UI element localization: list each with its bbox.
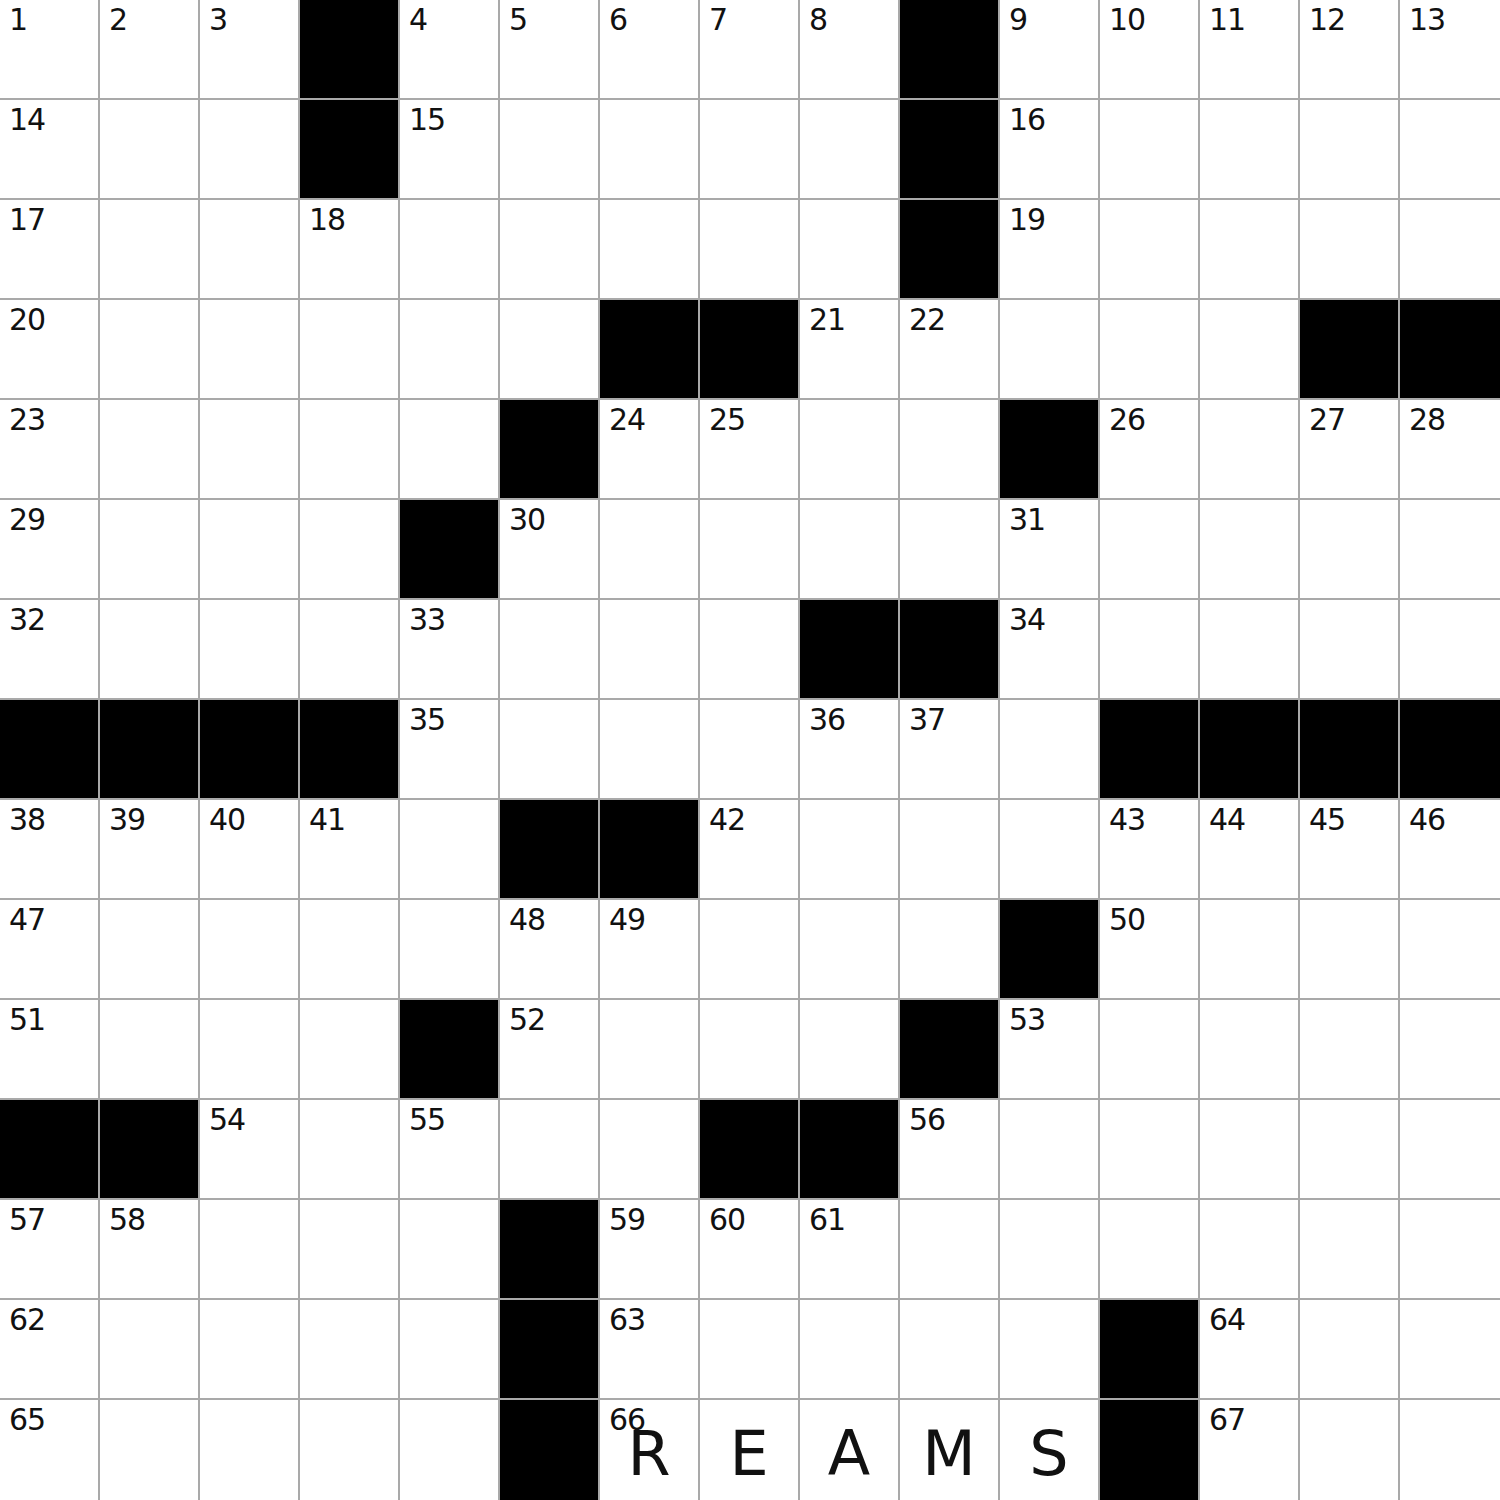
clue-number-17: 17: [9, 203, 45, 236]
cell-r12c13[interactable]: [1200, 1100, 1300, 1200]
clue-number-63: 63: [609, 1303, 645, 1336]
black-cell-r8c1: [0, 700, 100, 800]
cell-r6c7[interactable]: [600, 500, 700, 600]
cell-r14c5[interactable]: [400, 1300, 500, 1400]
cell-r11c1[interactable]: 51: [0, 1000, 100, 1100]
cell-r11c4[interactable]: [300, 1000, 400, 1100]
cell-r13c11[interactable]: [1000, 1200, 1100, 1300]
clue-number-3: 3: [209, 3, 227, 36]
cell-r1c11[interactable]: 9: [1000, 0, 1100, 100]
clue-number-44: 44: [1209, 803, 1245, 836]
clue-number-53: 53: [1009, 1003, 1045, 1036]
black-cell-r5c6: [500, 400, 600, 500]
cell-r7c5[interactable]: 33: [400, 600, 500, 700]
cell-r7c15[interactable]: [1400, 600, 1500, 700]
cell-r12c14[interactable]: [1300, 1100, 1400, 1200]
cell-r5c3[interactable]: [200, 400, 300, 500]
cell-r7c3[interactable]: [200, 600, 300, 700]
black-cell-r12c2: [100, 1100, 200, 1200]
black-cell-r9c6: [500, 800, 600, 900]
black-cell-r12c1: [0, 1100, 100, 1200]
black-cell-r8c13: [1200, 700, 1300, 800]
clue-number-61: 61: [809, 1203, 845, 1236]
black-cell-r12c8: [700, 1100, 800, 1200]
clue-number-49: 49: [609, 903, 645, 936]
cell-r13c8[interactable]: 60: [700, 1200, 800, 1300]
cell-r3c1[interactable]: 17: [0, 200, 100, 300]
cell-r1c13[interactable]: 11: [1200, 0, 1300, 100]
cell-r12c5[interactable]: 55: [400, 1100, 500, 1200]
clue-number-34: 34: [1009, 603, 1045, 636]
cell-r13c15[interactable]: [1400, 1200, 1500, 1300]
clue-number-42: 42: [709, 803, 745, 836]
clue-number-48: 48: [509, 903, 545, 936]
cell-r2c13[interactable]: [1200, 100, 1300, 200]
cell-letter: E: [729, 1423, 768, 1485]
clue-number-23: 23: [9, 403, 45, 436]
cell-r5c12[interactable]: 26: [1100, 400, 1200, 500]
cell-r4c4[interactable]: [300, 300, 400, 400]
black-cell-r8c4: [300, 700, 400, 800]
cell-r15c3[interactable]: [200, 1400, 300, 1500]
cell-r7c11[interactable]: 34: [1000, 600, 1100, 700]
cell-r1c6[interactable]: 5: [500, 0, 600, 100]
cell-r11c3[interactable]: [200, 1000, 300, 1100]
cell-r9c2[interactable]: 39: [100, 800, 200, 900]
clue-number-7: 7: [709, 3, 727, 36]
clue-number-40: 40: [209, 803, 245, 836]
black-cell-r9c7: [600, 800, 700, 900]
cell-r15c15[interactable]: [1400, 1400, 1500, 1500]
cell-r12c11[interactable]: [1000, 1100, 1100, 1200]
cell-r11c12[interactable]: [1100, 1000, 1200, 1100]
cell-r15c5[interactable]: [400, 1400, 500, 1500]
cell-r5c13[interactable]: [1200, 400, 1300, 500]
cell-r2c5[interactable]: 15: [400, 100, 500, 200]
cell-r3c14[interactable]: [1300, 200, 1400, 300]
clue-number-46: 46: [1409, 803, 1445, 836]
cell-r15c10[interactable]: M: [900, 1400, 1000, 1500]
clue-number-9: 9: [1009, 3, 1027, 36]
cell-r15c11[interactable]: S: [1000, 1400, 1100, 1500]
clue-number-28: 28: [1409, 403, 1445, 436]
cell-r13c3[interactable]: [200, 1200, 300, 1300]
cell-r13c5[interactable]: [400, 1200, 500, 1300]
clue-number-25: 25: [709, 403, 745, 436]
cell-r10c15[interactable]: [1400, 900, 1500, 1000]
cell-r9c13[interactable]: 44: [1200, 800, 1300, 900]
clue-number-29: 29: [9, 503, 45, 536]
cell-r6c12[interactable]: [1100, 500, 1200, 600]
cell-r7c8[interactable]: [700, 600, 800, 700]
cell-r10c14[interactable]: [1300, 900, 1400, 1000]
cell-r4c10[interactable]: 22: [900, 300, 1000, 400]
cell-r13c1[interactable]: 57: [0, 1200, 100, 1300]
cell-r3c15[interactable]: [1400, 200, 1500, 300]
clue-number-33: 33: [409, 603, 445, 636]
cell-r7c6[interactable]: [500, 600, 600, 700]
cell-r12c10[interactable]: 56: [900, 1100, 1000, 1200]
cell-r15c8[interactable]: E: [700, 1400, 800, 1500]
clue-number-45: 45: [1309, 803, 1345, 836]
cell-letter: S: [1029, 1423, 1068, 1485]
clue-number-57: 57: [9, 1203, 45, 1236]
clue-number-35: 35: [409, 703, 445, 736]
cell-r12c15[interactable]: [1400, 1100, 1500, 1200]
black-cell-r13c6: [500, 1200, 600, 1300]
black-cell-r2c4: [300, 100, 400, 200]
cell-r4c5[interactable]: [400, 300, 500, 400]
cell-r8c7[interactable]: [600, 700, 700, 800]
cell-r12c6[interactable]: [500, 1100, 600, 1200]
cell-r3c9[interactable]: [800, 200, 900, 300]
cell-r10c13[interactable]: [1200, 900, 1300, 1000]
cell-r9c14[interactable]: 45: [1300, 800, 1400, 900]
cell-r10c8[interactable]: [700, 900, 800, 1000]
cell-r4c1[interactable]: 20: [0, 300, 100, 400]
cell-r11c7[interactable]: [600, 1000, 700, 1100]
clue-number-62: 62: [9, 1303, 45, 1336]
cell-r2c15[interactable]: [1400, 100, 1500, 200]
cell-r3c6[interactable]: [500, 200, 600, 300]
cell-r11c13[interactable]: [1200, 1000, 1300, 1100]
clue-number-64: 64: [1209, 1303, 1245, 1336]
cell-r6c8[interactable]: [700, 500, 800, 600]
cell-r1c2[interactable]: 2: [100, 0, 200, 100]
black-cell-r3c10: [900, 200, 1000, 300]
cell-r10c5[interactable]: [400, 900, 500, 1000]
cell-r8c6[interactable]: [500, 700, 600, 800]
cell-r11c11[interactable]: 53: [1000, 1000, 1100, 1100]
cell-r1c15[interactable]: 13: [1400, 0, 1500, 100]
clue-number-1: 1: [9, 3, 27, 36]
clue-number-11: 11: [1209, 3, 1245, 36]
cell-r5c4[interactable]: [300, 400, 400, 500]
cell-r3c3[interactable]: [200, 200, 300, 300]
clue-number-67: 67: [1209, 1403, 1245, 1436]
cell-r5c9[interactable]: [800, 400, 900, 500]
clue-number-12: 12: [1309, 3, 1345, 36]
cell-r3c2[interactable]: [100, 200, 200, 300]
cell-r6c2[interactable]: [100, 500, 200, 600]
clue-number-58: 58: [109, 1203, 145, 1236]
clue-number-41: 41: [309, 803, 345, 836]
cell-r15c4[interactable]: [300, 1400, 400, 1500]
clue-number-37: 37: [909, 703, 945, 736]
cell-r4c12[interactable]: [1100, 300, 1200, 400]
black-cell-r7c9: [800, 600, 900, 700]
clue-number-60: 60: [709, 1203, 745, 1236]
black-cell-r5c11: [1000, 400, 1100, 500]
cell-r1c3[interactable]: 3: [200, 0, 300, 100]
clue-number-43: 43: [1109, 803, 1145, 836]
cell-r5c15[interactable]: 28: [1400, 400, 1500, 500]
cell-r7c12[interactable]: [1100, 600, 1200, 700]
cell-r1c7[interactable]: 6: [600, 0, 700, 100]
cell-r15c13[interactable]: 67: [1200, 1400, 1300, 1500]
clue-number-18: 18: [309, 203, 345, 236]
cell-r2c2[interactable]: [100, 100, 200, 200]
cell-r7c7[interactable]: [600, 600, 700, 700]
clue-number-6: 6: [609, 3, 627, 36]
clue-number-50: 50: [1109, 903, 1145, 936]
cell-r3c5[interactable]: [400, 200, 500, 300]
black-cell-r4c7: [600, 300, 700, 400]
cell-r1c9[interactable]: 8: [800, 0, 900, 100]
black-cell-r8c12: [1100, 700, 1200, 800]
cell-r5c14[interactable]: 27: [1300, 400, 1400, 500]
cell-r14c8[interactable]: [700, 1300, 800, 1400]
black-cell-r15c6: [500, 1400, 600, 1500]
cell-r3c8[interactable]: [700, 200, 800, 300]
clue-number-31: 31: [1009, 503, 1045, 536]
cell-r14c3[interactable]: [200, 1300, 300, 1400]
cell-r9c12[interactable]: 43: [1100, 800, 1200, 900]
cell-r15c1[interactable]: 65: [0, 1400, 100, 1500]
cell-r14c15[interactable]: [1400, 1300, 1500, 1400]
cell-r9c10[interactable]: [900, 800, 1000, 900]
cell-r13c12[interactable]: [1100, 1200, 1200, 1300]
cell-r4c2[interactable]: [100, 300, 200, 400]
black-cell-r2c10: [900, 100, 1000, 200]
clue-number-56: 56: [909, 1103, 945, 1136]
cell-r10c10[interactable]: [900, 900, 1000, 1000]
cell-r10c12[interactable]: 50: [1100, 900, 1200, 1000]
cell-r11c2[interactable]: [100, 1000, 200, 1100]
cell-r2c3[interactable]: [200, 100, 300, 200]
cell-r15c14[interactable]: [1300, 1400, 1400, 1500]
black-cell-r4c14: [1300, 300, 1400, 400]
cell-r1c14[interactable]: 12: [1300, 0, 1400, 100]
cell-r14c13[interactable]: 64: [1200, 1300, 1300, 1400]
clue-number-8: 8: [809, 3, 827, 36]
cell-r15c2[interactable]: [100, 1400, 200, 1500]
cell-r5c8[interactable]: 25: [700, 400, 800, 500]
cell-r11c15[interactable]: [1400, 1000, 1500, 1100]
clue-number-15: 15: [409, 103, 445, 136]
cell-r13c7[interactable]: 59: [600, 1200, 700, 1300]
cell-r13c14[interactable]: [1300, 1200, 1400, 1300]
cell-r3c4[interactable]: 18: [300, 200, 400, 300]
cell-r1c1[interactable]: 1: [0, 0, 100, 100]
cell-r5c10[interactable]: [900, 400, 1000, 500]
cell-r13c9[interactable]: 61: [800, 1200, 900, 1300]
clue-number-26: 26: [1109, 403, 1145, 436]
cell-r9c4[interactable]: 41: [300, 800, 400, 900]
cell-r9c5[interactable]: [400, 800, 500, 900]
cell-r2c14[interactable]: [1300, 100, 1400, 200]
cell-r15c7[interactable]: 66R: [600, 1400, 700, 1500]
cell-r14c11[interactable]: [1000, 1300, 1100, 1400]
cell-r11c6[interactable]: 52: [500, 1000, 600, 1100]
clue-number-5: 5: [509, 3, 527, 36]
clue-number-4: 4: [409, 3, 427, 36]
cell-r13c2[interactable]: 58: [100, 1200, 200, 1300]
clue-number-30: 30: [509, 503, 545, 536]
black-cell-r7c10: [900, 600, 1000, 700]
cell-r12c12[interactable]: [1100, 1100, 1200, 1200]
clue-number-55: 55: [409, 1103, 445, 1136]
clue-number-39: 39: [109, 803, 145, 836]
cell-r1c12[interactable]: 10: [1100, 0, 1200, 100]
cell-r7c13[interactable]: [1200, 600, 1300, 700]
cell-r12c4[interactable]: [300, 1100, 400, 1200]
cell-r12c3[interactable]: 54: [200, 1100, 300, 1200]
clue-number-36: 36: [809, 703, 845, 736]
cell-r6c6[interactable]: 30: [500, 500, 600, 600]
cell-r10c2[interactable]: [100, 900, 200, 1000]
cell-r10c9[interactable]: [800, 900, 900, 1000]
cell-r2c12[interactable]: [1100, 100, 1200, 200]
cell-r8c8[interactable]: [700, 700, 800, 800]
cell-r2c11[interactable]: 16: [1000, 100, 1100, 200]
crossword-grid: 1234567891011121314151617181920212223242…: [0, 0, 1500, 1500]
clue-number-27: 27: [1309, 403, 1345, 436]
cell-r10c3[interactable]: [200, 900, 300, 1000]
black-cell-r8c14: [1300, 700, 1400, 800]
black-cell-r4c15: [1400, 300, 1500, 400]
cell-r13c13[interactable]: [1200, 1200, 1300, 1300]
cell-r3c7[interactable]: [600, 200, 700, 300]
clue-number-22: 22: [909, 303, 945, 336]
black-cell-r1c10: [900, 0, 1000, 100]
cell-r4c11[interactable]: [1000, 300, 1100, 400]
cell-r14c10[interactable]: [900, 1300, 1000, 1400]
clue-number-65: 65: [9, 1403, 45, 1436]
cell-r4c6[interactable]: [500, 300, 600, 400]
cell-r3c12[interactable]: [1100, 200, 1200, 300]
cell-r12c7[interactable]: [600, 1100, 700, 1200]
black-cell-r8c2: [100, 700, 200, 800]
cell-r2c8[interactable]: [700, 100, 800, 200]
cell-r6c14[interactable]: [1300, 500, 1400, 600]
black-cell-r6c5: [400, 500, 500, 600]
cell-r11c8[interactable]: [700, 1000, 800, 1100]
cell-r7c1[interactable]: 32: [0, 600, 100, 700]
black-cell-r14c12: [1100, 1300, 1200, 1400]
cell-r6c3[interactable]: [200, 500, 300, 600]
cell-r6c10[interactable]: [900, 500, 1000, 600]
cell-r10c1[interactable]: 47: [0, 900, 100, 1000]
clue-number-19: 19: [1009, 203, 1045, 236]
cell-r14c7[interactable]: 63: [600, 1300, 700, 1400]
cell-r5c1[interactable]: 23: [0, 400, 100, 500]
cell-r13c10[interactable]: [900, 1200, 1000, 1300]
black-cell-r14c6: [500, 1300, 600, 1400]
cell-r14c2[interactable]: [100, 1300, 200, 1400]
black-cell-r4c8: [700, 300, 800, 400]
clue-number-16: 16: [1009, 103, 1045, 136]
cell-r6c9[interactable]: [800, 500, 900, 600]
cell-r9c3[interactable]: 40: [200, 800, 300, 900]
cell-r11c14[interactable]: [1300, 1000, 1400, 1100]
cell-r10c7[interactable]: 49: [600, 900, 700, 1000]
cell-r2c6[interactable]: [500, 100, 600, 200]
cell-r10c6[interactable]: 48: [500, 900, 600, 1000]
cell-r8c10[interactable]: 37: [900, 700, 1000, 800]
cell-r9c11[interactable]: [1000, 800, 1100, 900]
cell-r6c13[interactable]: [1200, 500, 1300, 600]
cell-r8c5[interactable]: 35: [400, 700, 500, 800]
clue-number-10: 10: [1109, 3, 1145, 36]
cell-r8c11[interactable]: [1000, 700, 1100, 800]
cell-r15c9[interactable]: A: [800, 1400, 900, 1500]
cell-r11c9[interactable]: [800, 1000, 900, 1100]
cell-r14c9[interactable]: [800, 1300, 900, 1400]
cell-r5c2[interactable]: [100, 400, 200, 500]
clue-number-52: 52: [509, 1003, 545, 1036]
cell-r6c1[interactable]: 29: [0, 500, 100, 600]
clue-number-66: 66: [609, 1403, 645, 1436]
cell-r1c5[interactable]: 4: [400, 0, 500, 100]
cell-r8c9[interactable]: 36: [800, 700, 900, 800]
cell-r6c15[interactable]: [1400, 500, 1500, 600]
clue-number-51: 51: [9, 1003, 45, 1036]
clue-number-21: 21: [809, 303, 845, 336]
cell-r10c4[interactable]: [300, 900, 400, 1000]
black-cell-r11c10: [900, 1000, 1000, 1100]
cell-r14c4[interactable]: [300, 1300, 400, 1400]
clue-number-20: 20: [9, 303, 45, 336]
cell-r14c1[interactable]: 62: [0, 1300, 100, 1400]
cell-letter: A: [828, 1423, 870, 1485]
cell-r6c11[interactable]: 31: [1000, 500, 1100, 600]
cell-letter: M: [922, 1423, 976, 1485]
cell-letter: R: [627, 1423, 670, 1485]
cell-r5c7[interactable]: 24: [600, 400, 700, 500]
cell-r7c14[interactable]: [1300, 600, 1400, 700]
cell-r6c4[interactable]: [300, 500, 400, 600]
clue-number-24: 24: [609, 403, 645, 436]
clue-number-47: 47: [9, 903, 45, 936]
cell-r3c11[interactable]: 19: [1000, 200, 1100, 300]
cell-r5c5[interactable]: [400, 400, 500, 500]
black-cell-r15c12: [1100, 1400, 1200, 1500]
cell-r7c2[interactable]: [100, 600, 200, 700]
clue-number-14: 14: [9, 103, 45, 136]
black-cell-r8c15: [1400, 700, 1500, 800]
cell-r7c4[interactable]: [300, 600, 400, 700]
cell-r2c7[interactable]: [600, 100, 700, 200]
clue-number-54: 54: [209, 1103, 245, 1136]
cell-r9c9[interactable]: [800, 800, 900, 900]
cell-r9c8[interactable]: 42: [700, 800, 800, 900]
clue-number-38: 38: [9, 803, 45, 836]
clue-number-2: 2: [109, 3, 127, 36]
black-cell-r1c4: [300, 0, 400, 100]
clue-number-59: 59: [609, 1203, 645, 1236]
clue-number-32: 32: [9, 603, 45, 636]
black-cell-r12c9: [800, 1100, 900, 1200]
black-cell-r11c5: [400, 1000, 500, 1100]
cell-r1c8[interactable]: 7: [700, 0, 800, 100]
cell-r9c15[interactable]: 46: [1400, 800, 1500, 900]
black-cell-r8c3: [200, 700, 300, 800]
cell-r4c3[interactable]: [200, 300, 300, 400]
cell-r2c1[interactable]: 14: [0, 100, 100, 200]
clue-number-13: 13: [1409, 3, 1445, 36]
cell-r2c9[interactable]: [800, 100, 900, 200]
cell-r3c13[interactable]: [1200, 200, 1300, 300]
cell-r13c4[interactable]: [300, 1200, 400, 1300]
cell-r4c13[interactable]: [1200, 300, 1300, 400]
cell-r14c14[interactable]: [1300, 1300, 1400, 1400]
black-cell-r10c11: [1000, 900, 1100, 1000]
cell-r4c9[interactable]: 21: [800, 300, 900, 400]
cell-r9c1[interactable]: 38: [0, 800, 100, 900]
